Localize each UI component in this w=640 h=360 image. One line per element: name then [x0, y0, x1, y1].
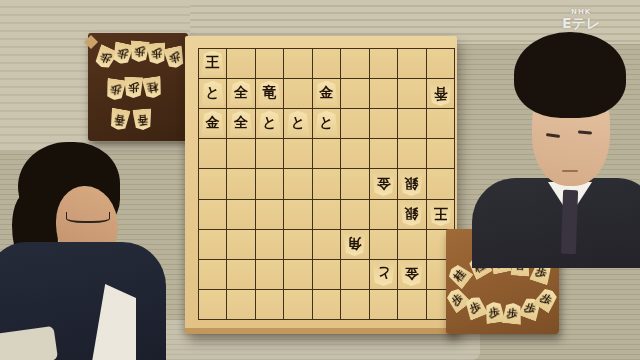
board-cell-4-9: [284, 290, 311, 319]
board-cell-4-6: [284, 200, 311, 229]
shogi-piece-金: 金: [201, 111, 224, 136]
shogi-piece-と-flipped: と: [372, 261, 395, 286]
board-cell-9-6: 王: [427, 200, 454, 229]
board-cell-5-3: と: [313, 109, 340, 138]
board-cell-8-8: 金: [398, 260, 425, 289]
board-cell-9-2: 香: [427, 79, 454, 108]
board-cell-1-8: [199, 260, 226, 289]
board-cell-6-7: 角: [341, 230, 368, 259]
board-cell-1-9: [199, 290, 226, 319]
board-cell-8-2: [398, 79, 425, 108]
board-cell-3-1: [256, 49, 283, 78]
board-cell-8-1: [398, 49, 425, 78]
board-cell-3-6: [256, 200, 283, 229]
board-cell-6-8: [341, 260, 368, 289]
captured-piece-桂: 桂: [142, 76, 164, 99]
board-cell-5-2: 金: [313, 79, 340, 108]
right-player: [486, 32, 640, 246]
board-cell-4-5: [284, 169, 311, 198]
board-cell-2-5: [227, 169, 254, 198]
board-cell-8-3: [398, 109, 425, 138]
right-player-tie: [561, 190, 578, 254]
shogi-board: 王と全竜金香金全ととと金銀銀王角と金: [185, 36, 457, 334]
board-cell-5-8: [313, 260, 340, 289]
board-cell-4-8: [284, 260, 311, 289]
captured-piece-歩: 歩: [146, 42, 166, 64]
left-player-glasses: [66, 212, 110, 223]
board-cell-7-2: [370, 79, 397, 108]
board-cell-3-3: と: [256, 109, 283, 138]
board-cell-1-1: 王: [199, 49, 226, 78]
board-cell-6-4: [341, 139, 368, 168]
board-cell-5-5: [313, 169, 340, 198]
shogi-piece-と: と: [201, 81, 224, 106]
board-cell-2-4: [227, 139, 254, 168]
shogi-piece-王-flipped: 王: [429, 201, 452, 226]
board-cell-9-5: [427, 169, 454, 198]
board-cell-4-7: [284, 230, 311, 259]
board-cell-1-2: と: [199, 79, 226, 108]
board-cell-3-7: [256, 230, 283, 259]
board-cell-2-2: 全: [227, 79, 254, 108]
board-cell-2-6: [227, 200, 254, 229]
shogi-piece-銀-flipped: 銀: [400, 171, 423, 196]
board-cell-2-8: [227, 260, 254, 289]
board-cell-7-5: 金: [370, 169, 397, 198]
board-cell-5-7: [313, 230, 340, 259]
shogi-piece-銀-flipped: 銀: [400, 201, 423, 226]
board-cell-3-5: [256, 169, 283, 198]
shogi-piece-金-flipped: 金: [372, 171, 395, 196]
board-cell-8-5: 銀: [398, 169, 425, 198]
tv-frame: 歩歩歩歩歩歩歩桂香香 王と全竜金香金全ととと金銀銀王角と金 桂桂桂香歩歩歩歩歩歩…: [0, 0, 640, 360]
board-cell-4-2: [284, 79, 311, 108]
board-cell-8-9: [398, 290, 425, 319]
board-cell-5-1: [313, 49, 340, 78]
board-cell-2-7: [227, 230, 254, 259]
captured-piece-香: 香: [108, 108, 130, 132]
right-player-hair-fringe: [522, 76, 614, 116]
shogi-piece-と: と: [258, 111, 281, 136]
shogi-piece-王: 王: [201, 51, 224, 76]
captured-piece-歩: 歩: [163, 45, 186, 69]
shogi-piece-金: 金: [315, 81, 338, 106]
board-cell-7-3: [370, 109, 397, 138]
captured-piece-歩: 歩: [484, 301, 506, 324]
board-cell-8-6: 銀: [398, 200, 425, 229]
channel-logo: NHK Eテレ: [562, 9, 600, 30]
board-cell-7-4: [370, 139, 397, 168]
board-cell-7-1: [370, 49, 397, 78]
board-cell-1-3: 金: [199, 109, 226, 138]
shogi-piece-香-flipped: 香: [429, 81, 452, 106]
board-cell-4-4: [284, 139, 311, 168]
channel-logo-etele: Eテレ: [562, 16, 600, 30]
board-cell-3-4: [256, 139, 283, 168]
board-grid: 王と全竜金香金全ととと金銀銀王角と金: [198, 48, 455, 320]
board-cell-2-3: 全: [227, 109, 254, 138]
board-cell-6-2: [341, 79, 368, 108]
board-cell-8-7: [398, 230, 425, 259]
captured-piece-歩: 歩: [444, 285, 472, 313]
board-cell-3-9: [256, 290, 283, 319]
captured-piece-歩: 歩: [129, 40, 150, 63]
board-cell-2-1: [227, 49, 254, 78]
board-cell-1-7: [199, 230, 226, 259]
board-cell-9-4: [427, 139, 454, 168]
board-cell-4-3: と: [284, 109, 311, 138]
shogi-piece-全: 全: [230, 111, 253, 136]
board-cell-3-8: [256, 260, 283, 289]
board-cell-1-6: [199, 200, 226, 229]
board-cell-7-7: [370, 230, 397, 259]
captured-piece-香: 香: [132, 108, 152, 130]
board-cell-7-6: [370, 200, 397, 229]
shogi-piece-角-flipped: 角: [343, 231, 366, 256]
board-cell-8-4: [398, 139, 425, 168]
board-cell-5-9: [313, 290, 340, 319]
captured-piece-歩: 歩: [111, 41, 134, 65]
board-cell-9-1: [427, 49, 454, 78]
board-cell-6-5: [341, 169, 368, 198]
left-player: [0, 142, 168, 360]
board-cell-6-1: [341, 49, 368, 78]
komadai-left: 歩歩歩歩歩歩歩桂香香: [88, 33, 188, 141]
board-cell-3-2: 竜: [256, 79, 283, 108]
shogi-piece-竜: 竜: [258, 81, 281, 106]
captured-piece-歩: 歩: [105, 78, 127, 101]
board-cell-7-8: と: [370, 260, 397, 289]
board-cell-7-9: [370, 290, 397, 319]
board-cell-6-6: [341, 200, 368, 229]
shogi-piece-全: 全: [230, 81, 253, 106]
board-cell-5-6: [313, 200, 340, 229]
board-cell-9-3: [427, 109, 454, 138]
board-cell-6-9: [341, 290, 368, 319]
board-cell-6-3: [341, 109, 368, 138]
captured-piece-歩: 歩: [124, 77, 143, 98]
shogi-piece-と: と: [287, 111, 310, 136]
board-cell-5-4: [313, 139, 340, 168]
board-cell-1-4: [199, 139, 226, 168]
shogi-piece-金-flipped: 金: [400, 261, 423, 286]
shogi-piece-と: と: [315, 111, 338, 136]
board-cell-1-5: [199, 169, 226, 198]
right-player-mouth: [562, 170, 578, 172]
board-cell-2-9: [227, 290, 254, 319]
captured-piece-桂: 桂: [445, 262, 473, 290]
board-cell-4-1: [284, 49, 311, 78]
